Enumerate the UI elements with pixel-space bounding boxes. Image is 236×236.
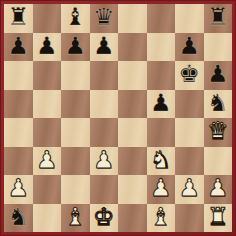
black-pawn[interactable]: ♟: [36, 34, 58, 58]
square-c7[interactable]: ♟: [61, 33, 90, 62]
black-pawn[interactable]: ♟: [64, 34, 86, 58]
square-b3[interactable]: ♟: [33, 147, 62, 176]
white-pawn[interactable]: ♟: [178, 176, 200, 200]
square-g2[interactable]: ♟: [175, 175, 204, 204]
black-knight[interactable]: ♞: [207, 91, 229, 115]
square-c4[interactable]: [61, 118, 90, 147]
square-f8[interactable]: [147, 4, 176, 33]
square-e8[interactable]: [118, 4, 147, 33]
square-c5[interactable]: [61, 90, 90, 119]
white-queen[interactable]: ♛: [207, 119, 229, 143]
black-rook[interactable]: ♜: [7, 5, 29, 29]
square-d4[interactable]: [90, 118, 119, 147]
square-d5[interactable]: [90, 90, 119, 119]
white-knight[interactable]: ♞: [150, 148, 172, 172]
square-h6[interactable]: ♟: [204, 61, 233, 90]
square-g7[interactable]: ♟: [175, 33, 204, 62]
chess-board: ♜♝♛♜♟♟♟♟♟♚♟♟♞♛♟♟♞♟♟♟♟♞♝♚♝♜: [4, 4, 232, 232]
square-a2[interactable]: ♟: [4, 175, 33, 204]
square-b5[interactable]: [33, 90, 62, 119]
square-e4[interactable]: [118, 118, 147, 147]
square-b6[interactable]: [33, 61, 62, 90]
square-f1[interactable]: ♝: [147, 204, 176, 233]
square-a5[interactable]: [4, 90, 33, 119]
square-g5[interactable]: [175, 90, 204, 119]
square-h3[interactable]: [204, 147, 233, 176]
black-pawn[interactable]: ♟: [150, 91, 172, 115]
square-c8[interactable]: ♝: [61, 4, 90, 33]
square-b7[interactable]: ♟: [33, 33, 62, 62]
square-a7[interactable]: ♟: [4, 33, 33, 62]
square-c1[interactable]: ♝: [61, 204, 90, 233]
square-b1[interactable]: [33, 204, 62, 233]
square-e2[interactable]: [118, 175, 147, 204]
white-king[interactable]: ♚: [93, 205, 115, 229]
square-g4[interactable]: [175, 118, 204, 147]
black-rook[interactable]: ♜: [207, 5, 229, 29]
chess-board-frame: ♜♝♛♜♟♟♟♟♟♚♟♟♞♛♟♟♞♟♟♟♟♞♝♚♝♜: [0, 0, 236, 236]
square-h1[interactable]: ♜: [204, 204, 233, 233]
square-e6[interactable]: [118, 61, 147, 90]
square-g3[interactable]: [175, 147, 204, 176]
white-pawn[interactable]: ♟: [207, 176, 229, 200]
square-a8[interactable]: ♜: [4, 4, 33, 33]
square-g6[interactable]: ♚: [175, 61, 204, 90]
square-f5[interactable]: ♟: [147, 90, 176, 119]
square-g1[interactable]: [175, 204, 204, 233]
square-f3[interactable]: ♞: [147, 147, 176, 176]
square-d3[interactable]: ♟: [90, 147, 119, 176]
square-f7[interactable]: [147, 33, 176, 62]
square-d7[interactable]: ♟: [90, 33, 119, 62]
square-a3[interactable]: [4, 147, 33, 176]
black-bishop[interactable]: ♝: [64, 5, 86, 29]
square-e1[interactable]: [118, 204, 147, 233]
black-king[interactable]: ♚: [178, 62, 200, 86]
square-e3[interactable]: [118, 147, 147, 176]
square-h8[interactable]: ♜: [204, 4, 233, 33]
white-pawn[interactable]: ♟: [36, 148, 58, 172]
square-e7[interactable]: [118, 33, 147, 62]
black-pawn[interactable]: ♟: [178, 34, 200, 58]
square-f4[interactable]: [147, 118, 176, 147]
black-knight[interactable]: ♞: [7, 205, 29, 229]
white-bishop[interactable]: ♝: [150, 205, 172, 229]
square-c2[interactable]: [61, 175, 90, 204]
square-d1[interactable]: ♚: [90, 204, 119, 233]
square-d6[interactable]: [90, 61, 119, 90]
square-h4[interactable]: ♛: [204, 118, 233, 147]
black-pawn[interactable]: ♟: [207, 62, 229, 86]
square-b8[interactable]: [33, 4, 62, 33]
square-d2[interactable]: [90, 175, 119, 204]
square-f2[interactable]: ♟: [147, 175, 176, 204]
square-h7[interactable]: [204, 33, 233, 62]
white-pawn[interactable]: ♟: [7, 176, 29, 200]
white-rook[interactable]: ♜: [207, 205, 229, 229]
black-queen[interactable]: ♛: [93, 5, 115, 29]
square-h2[interactable]: ♟: [204, 175, 233, 204]
square-a6[interactable]: [4, 61, 33, 90]
square-c3[interactable]: [61, 147, 90, 176]
white-bishop[interactable]: ♝: [64, 205, 86, 229]
square-d8[interactable]: ♛: [90, 4, 119, 33]
square-e5[interactable]: [118, 90, 147, 119]
square-g8[interactable]: [175, 4, 204, 33]
white-pawn[interactable]: ♟: [93, 148, 115, 172]
square-a1[interactable]: ♞: [4, 204, 33, 233]
square-b2[interactable]: [33, 175, 62, 204]
square-h5[interactable]: ♞: [204, 90, 233, 119]
square-b4[interactable]: [33, 118, 62, 147]
square-a4[interactable]: [4, 118, 33, 147]
square-c6[interactable]: [61, 61, 90, 90]
white-pawn[interactable]: ♟: [150, 176, 172, 200]
black-pawn[interactable]: ♟: [93, 34, 115, 58]
black-pawn[interactable]: ♟: [7, 34, 29, 58]
square-f6[interactable]: [147, 61, 176, 90]
